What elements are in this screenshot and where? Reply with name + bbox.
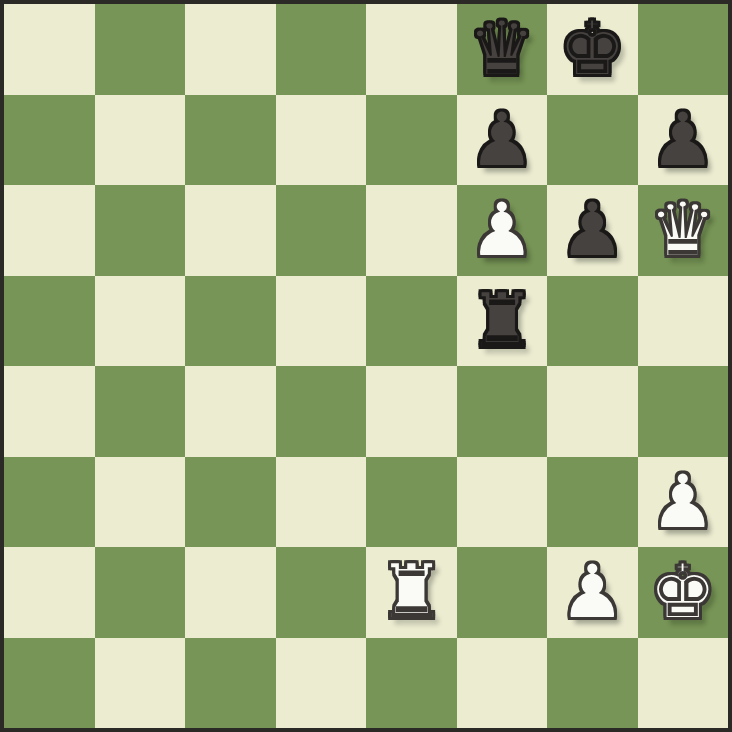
white-queen-h6[interactable]: ♛ xyxy=(649,192,717,268)
square-f2[interactable] xyxy=(457,547,548,638)
square-d8[interactable] xyxy=(276,4,367,95)
square-c1[interactable] xyxy=(185,638,276,729)
square-a7[interactable] xyxy=(4,95,95,186)
square-a1[interactable] xyxy=(4,638,95,729)
black-pawn-h7[interactable]: ♟ xyxy=(649,102,717,178)
square-c2[interactable] xyxy=(185,547,276,638)
black-pawn-g6[interactable]: ♟ xyxy=(558,192,626,268)
square-a6[interactable] xyxy=(4,185,95,276)
square-d4[interactable] xyxy=(276,366,367,457)
square-a8[interactable] xyxy=(4,4,95,95)
square-h4[interactable] xyxy=(638,366,729,457)
black-queen-f8[interactable]: ♛ xyxy=(468,11,536,87)
black-king-g8[interactable]: ♚ xyxy=(558,11,626,87)
square-h2[interactable]: ♚ xyxy=(638,547,729,638)
square-b6[interactable] xyxy=(95,185,186,276)
square-b4[interactable] xyxy=(95,366,186,457)
square-e6[interactable] xyxy=(366,185,457,276)
square-g3[interactable] xyxy=(547,457,638,548)
square-h8[interactable] xyxy=(638,4,729,95)
square-e5[interactable] xyxy=(366,276,457,367)
square-e1[interactable] xyxy=(366,638,457,729)
square-d7[interactable] xyxy=(276,95,367,186)
square-b5[interactable] xyxy=(95,276,186,367)
square-e8[interactable] xyxy=(366,4,457,95)
square-e4[interactable] xyxy=(366,366,457,457)
square-c6[interactable] xyxy=(185,185,276,276)
square-h7[interactable]: ♟ xyxy=(638,95,729,186)
square-e7[interactable] xyxy=(366,95,457,186)
black-pawn-f7[interactable]: ♟ xyxy=(468,102,536,178)
black-rook-f5[interactable]: ♜ xyxy=(468,283,536,359)
square-g6[interactable]: ♟ xyxy=(547,185,638,276)
square-a5[interactable] xyxy=(4,276,95,367)
square-b7[interactable] xyxy=(95,95,186,186)
square-b1[interactable] xyxy=(95,638,186,729)
square-h6[interactable]: ♛ xyxy=(638,185,729,276)
square-d3[interactable] xyxy=(276,457,367,548)
square-c4[interactable] xyxy=(185,366,276,457)
square-g8[interactable]: ♚ xyxy=(547,4,638,95)
square-g4[interactable] xyxy=(547,366,638,457)
square-g1[interactable] xyxy=(547,638,638,729)
square-c5[interactable] xyxy=(185,276,276,367)
square-f4[interactable] xyxy=(457,366,548,457)
square-c8[interactable] xyxy=(185,4,276,95)
white-pawn-g2[interactable]: ♟ xyxy=(558,554,626,630)
white-pawn-h3[interactable]: ♟ xyxy=(649,464,717,540)
square-a4[interactable] xyxy=(4,366,95,457)
square-h3[interactable]: ♟ xyxy=(638,457,729,548)
square-f1[interactable] xyxy=(457,638,548,729)
square-b3[interactable] xyxy=(95,457,186,548)
square-c7[interactable] xyxy=(185,95,276,186)
chess-board-frame: ♛♚♟♟♟♟♛♜♟♜♟♚ xyxy=(0,0,732,732)
square-d2[interactable] xyxy=(276,547,367,638)
square-h1[interactable] xyxy=(638,638,729,729)
white-rook-e2[interactable]: ♜ xyxy=(377,554,445,630)
square-f5[interactable]: ♜ xyxy=(457,276,548,367)
square-e3[interactable] xyxy=(366,457,457,548)
square-f8[interactable]: ♛ xyxy=(457,4,548,95)
chess-board: ♛♚♟♟♟♟♛♜♟♜♟♚ xyxy=(4,4,728,728)
square-d5[interactable] xyxy=(276,276,367,367)
square-g7[interactable] xyxy=(547,95,638,186)
square-b8[interactable] xyxy=(95,4,186,95)
square-b2[interactable] xyxy=(95,547,186,638)
square-g2[interactable]: ♟ xyxy=(547,547,638,638)
square-f7[interactable]: ♟ xyxy=(457,95,548,186)
square-h5[interactable] xyxy=(638,276,729,367)
square-c3[interactable] xyxy=(185,457,276,548)
white-king-h2[interactable]: ♚ xyxy=(649,554,717,630)
square-d6[interactable] xyxy=(276,185,367,276)
square-a3[interactable] xyxy=(4,457,95,548)
square-d1[interactable] xyxy=(276,638,367,729)
white-pawn-f6[interactable]: ♟ xyxy=(468,192,536,268)
square-g5[interactable] xyxy=(547,276,638,367)
square-e2[interactable]: ♜ xyxy=(366,547,457,638)
square-f6[interactable]: ♟ xyxy=(457,185,548,276)
square-f3[interactable] xyxy=(457,457,548,548)
square-a2[interactable] xyxy=(4,547,95,638)
